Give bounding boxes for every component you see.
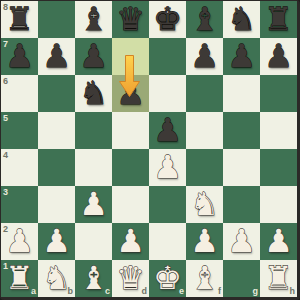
white-pawn-b2-icon[interactable]: ♟	[42, 223, 71, 260]
white-rook-a1-icon[interactable]: ♜	[5, 260, 34, 297]
white-rook-h1-icon[interactable]: ♜	[264, 260, 293, 297]
square-c3[interactable]: ♟	[75, 186, 112, 223]
square-b2[interactable]: ♟	[38, 223, 75, 260]
black-queen-d8-icon[interactable]: ♛	[116, 1, 145, 38]
square-a1[interactable]: 1a♜	[1, 260, 38, 297]
black-pawn-a7-icon[interactable]: ♟	[5, 38, 34, 75]
black-pawn-f7-icon[interactable]: ♟	[190, 38, 219, 75]
square-e7[interactable]	[149, 38, 186, 75]
white-pawn-g2-icon[interactable]: ♟	[227, 223, 256, 260]
square-d5[interactable]	[112, 112, 149, 149]
square-f5[interactable]	[186, 112, 223, 149]
white-pawn-d2-icon[interactable]: ♟	[116, 223, 145, 260]
chess-board[interactable]: 8♜♝♛♚♝♞♜7♟♟♟♟♟♟6♞♟5♟4♟3♟♞2♟♟♟♟♟♟1a♜b♞c♝d…	[1, 1, 297, 297]
square-c4[interactable]	[75, 149, 112, 186]
square-a7[interactable]: 7♟	[1, 38, 38, 75]
square-h5[interactable]	[260, 112, 297, 149]
square-h2[interactable]: ♟	[260, 223, 297, 260]
square-e5[interactable]: ♟	[149, 112, 186, 149]
rank-label-3: 3	[3, 188, 8, 197]
square-e4[interactable]: ♟	[149, 149, 186, 186]
square-h8[interactable]: ♜	[260, 1, 297, 38]
rank-label-5: 5	[3, 114, 8, 123]
black-rook-a8-icon[interactable]: ♜	[5, 1, 34, 38]
square-d3[interactable]	[112, 186, 149, 223]
black-rook-h8-icon[interactable]: ♜	[264, 1, 293, 38]
black-knight-c6-icon[interactable]: ♞	[79, 75, 108, 112]
white-pawn-a2-icon[interactable]: ♟	[5, 223, 34, 260]
square-h6[interactable]	[260, 75, 297, 112]
white-bishop-c1-icon[interactable]: ♝	[79, 260, 108, 297]
square-h4[interactable]	[260, 149, 297, 186]
square-e6[interactable]	[149, 75, 186, 112]
white-bishop-f1-icon[interactable]: ♝	[190, 260, 219, 297]
square-e3[interactable]	[149, 186, 186, 223]
square-f2[interactable]: ♟	[186, 223, 223, 260]
square-h1[interactable]: h♜	[260, 260, 297, 297]
square-g8[interactable]: ♞	[223, 1, 260, 38]
square-b3[interactable]	[38, 186, 75, 223]
black-pawn-e5-icon[interactable]: ♟	[153, 112, 182, 149]
file-label-g: g	[253, 287, 259, 296]
square-d7[interactable]	[112, 38, 149, 75]
square-f3[interactable]: ♞	[186, 186, 223, 223]
square-a4[interactable]: 4	[1, 149, 38, 186]
black-pawn-c7-icon[interactable]: ♟	[79, 38, 108, 75]
white-pawn-e4-icon[interactable]: ♟	[153, 149, 182, 186]
square-e1[interactable]: e♚	[149, 260, 186, 297]
black-pawn-d6-icon[interactable]: ♟	[116, 75, 145, 112]
square-g1[interactable]: g	[223, 260, 260, 297]
square-d6[interactable]: ♟	[112, 75, 149, 112]
square-a6[interactable]: 6	[1, 75, 38, 112]
rank-label-4: 4	[3, 151, 8, 160]
square-a8[interactable]: 8♜	[1, 1, 38, 38]
square-h7[interactable]: ♟	[260, 38, 297, 75]
square-g2[interactable]: ♟	[223, 223, 260, 260]
square-e2[interactable]	[149, 223, 186, 260]
square-d2[interactable]: ♟	[112, 223, 149, 260]
square-a2[interactable]: 2♟	[1, 223, 38, 260]
square-b4[interactable]	[38, 149, 75, 186]
square-c7[interactable]: ♟	[75, 38, 112, 75]
square-f1[interactable]: f♝	[186, 260, 223, 297]
black-pawn-b7-icon[interactable]: ♟	[42, 38, 71, 75]
square-b5[interactable]	[38, 112, 75, 149]
square-c5[interactable]	[75, 112, 112, 149]
square-g5[interactable]	[223, 112, 260, 149]
black-bishop-c8-icon[interactable]: ♝	[79, 1, 108, 38]
white-king-e1-icon[interactable]: ♚	[153, 260, 182, 297]
square-d1[interactable]: d♛	[112, 260, 149, 297]
square-b8[interactable]	[38, 1, 75, 38]
black-king-e8-icon[interactable]: ♚	[153, 1, 182, 38]
square-g6[interactable]	[223, 75, 260, 112]
square-d4[interactable]	[112, 149, 149, 186]
square-h3[interactable]	[260, 186, 297, 223]
square-f4[interactable]	[186, 149, 223, 186]
square-b6[interactable]	[38, 75, 75, 112]
black-pawn-h7-icon[interactable]: ♟	[264, 38, 293, 75]
board-frame: 8♜♝♛♚♝♞♜7♟♟♟♟♟♟6♞♟5♟4♟3♟♞2♟♟♟♟♟♟1a♜b♞c♝d…	[0, 0, 300, 300]
rank-label-6: 6	[3, 77, 8, 86]
square-d8[interactable]: ♛	[112, 1, 149, 38]
white-knight-f3-icon[interactable]: ♞	[190, 186, 219, 223]
square-a5[interactable]: 5	[1, 112, 38, 149]
black-pawn-g7-icon[interactable]: ♟	[227, 38, 256, 75]
square-b7[interactable]: ♟	[38, 38, 75, 75]
square-f8[interactable]: ♝	[186, 1, 223, 38]
square-g7[interactable]: ♟	[223, 38, 260, 75]
black-knight-g8-icon[interactable]: ♞	[227, 1, 256, 38]
square-e8[interactable]: ♚	[149, 1, 186, 38]
square-b1[interactable]: b♞	[38, 260, 75, 297]
square-c8[interactable]: ♝	[75, 1, 112, 38]
black-bishop-f8-icon[interactable]: ♝	[190, 1, 219, 38]
square-g4[interactable]	[223, 149, 260, 186]
square-f7[interactable]: ♟	[186, 38, 223, 75]
white-knight-b1-icon[interactable]: ♞	[42, 260, 71, 297]
square-c6[interactable]: ♞	[75, 75, 112, 112]
white-pawn-c3-icon[interactable]: ♟	[79, 186, 108, 223]
white-pawn-f2-icon[interactable]: ♟	[190, 223, 219, 260]
square-a3[interactable]: 3	[1, 186, 38, 223]
square-c2[interactable]	[75, 223, 112, 260]
white-queen-d1-icon[interactable]: ♛	[116, 260, 145, 297]
square-g3[interactable]	[223, 186, 260, 223]
white-pawn-h2-icon[interactable]: ♟	[264, 223, 293, 260]
square-f6[interactable]	[186, 75, 223, 112]
square-c1[interactable]: c♝	[75, 260, 112, 297]
